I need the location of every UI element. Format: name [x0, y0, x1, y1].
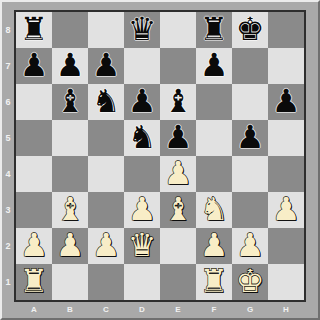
file-label-f: F: [196, 302, 232, 318]
square-c1: [88, 264, 124, 300]
piece-black-pawn: ♟: [200, 48, 229, 83]
square-d4: [124, 156, 160, 192]
piece-black-pawn: ♟: [128, 84, 157, 119]
file-label-e: E: [160, 302, 196, 318]
square-g8: ♚: [232, 12, 268, 48]
piece-white-knight: ♞: [200, 192, 229, 227]
square-e7: [160, 48, 196, 84]
square-e3: ♝: [160, 192, 196, 228]
rank-label-1: 1: [2, 264, 14, 300]
piece-white-pawn: ♟: [200, 228, 229, 263]
square-f8: ♜: [196, 12, 232, 48]
square-h2: [268, 228, 304, 264]
piece-black-bishop: ♝: [164, 84, 193, 119]
piece-black-rook: ♜: [200, 12, 229, 47]
square-h4: [268, 156, 304, 192]
piece-white-rook: ♜: [200, 264, 229, 299]
square-h8: [268, 12, 304, 48]
piece-black-pawn: ♟: [236, 120, 265, 155]
piece-white-king: ♚: [236, 264, 265, 299]
square-b7: ♟: [52, 48, 88, 84]
square-f6: [196, 84, 232, 120]
square-e2: [160, 228, 196, 264]
piece-black-bishop: ♝: [56, 84, 85, 119]
square-c3: [88, 192, 124, 228]
square-a5: [16, 120, 52, 156]
square-g2: ♟: [232, 228, 268, 264]
piece-black-pawn: ♟: [164, 120, 193, 155]
file-label-h: H: [268, 302, 304, 318]
file-label-g: G: [232, 302, 268, 318]
square-b1: [52, 264, 88, 300]
square-c8: [88, 12, 124, 48]
piece-black-knight: ♞: [128, 120, 157, 155]
square-d8: ♛: [124, 12, 160, 48]
square-b4: [52, 156, 88, 192]
file-label-c: C: [88, 302, 124, 318]
piece-black-king: ♚: [236, 12, 265, 47]
file-label-a: A: [16, 302, 52, 318]
square-f3: ♞: [196, 192, 232, 228]
square-h3: ♟: [268, 192, 304, 228]
square-c5: [88, 120, 124, 156]
square-e4: ♟: [160, 156, 196, 192]
square-d7: [124, 48, 160, 84]
square-f5: [196, 120, 232, 156]
piece-white-rook: ♜: [20, 264, 49, 299]
square-b6: ♝: [52, 84, 88, 120]
square-e1: [160, 264, 196, 300]
piece-black-queen: ♛: [128, 12, 157, 47]
square-a6: [16, 84, 52, 120]
square-a7: ♟: [16, 48, 52, 84]
square-e8: [160, 12, 196, 48]
file-label-d: D: [124, 302, 160, 318]
rank-label-6: 6: [2, 84, 14, 120]
square-c4: [88, 156, 124, 192]
square-h6: ♟: [268, 84, 304, 120]
piece-black-pawn: ♟: [56, 48, 85, 83]
piece-white-queen: ♛: [128, 228, 157, 263]
square-g5: ♟: [232, 120, 268, 156]
square-a3: [16, 192, 52, 228]
piece-black-rook: ♜: [20, 12, 49, 47]
rank-label-2: 2: [2, 228, 14, 264]
rank-label-8: 8: [2, 12, 14, 48]
piece-white-pawn: ♟: [164, 156, 193, 191]
square-g1: ♚: [232, 264, 268, 300]
chess-board: ♜♛♜♚♟♟♟♟♝♞♟♝♟♞♟♟♟♝♟♝♞♟♟♟♟♛♟♟♜♜♚: [14, 10, 306, 302]
rank-label-3: 3: [2, 192, 14, 228]
square-a2: ♟: [16, 228, 52, 264]
square-c2: ♟: [88, 228, 124, 264]
piece-white-pawn: ♟: [92, 228, 121, 263]
square-d6: ♟: [124, 84, 160, 120]
square-c6: ♞: [88, 84, 124, 120]
square-d5: ♞: [124, 120, 160, 156]
piece-black-pawn: ♟: [272, 84, 301, 119]
piece-white-pawn: ♟: [20, 228, 49, 263]
square-g6: [232, 84, 268, 120]
piece-white-bishop: ♝: [164, 192, 193, 227]
square-g4: [232, 156, 268, 192]
square-g7: [232, 48, 268, 84]
square-b8: [52, 12, 88, 48]
piece-black-pawn: ♟: [92, 48, 121, 83]
square-f7: ♟: [196, 48, 232, 84]
piece-white-pawn: ♟: [272, 192, 301, 227]
square-a8: ♜: [16, 12, 52, 48]
square-a1: ♜: [16, 264, 52, 300]
square-f1: ♜: [196, 264, 232, 300]
square-f4: [196, 156, 232, 192]
square-d3: ♟: [124, 192, 160, 228]
square-h1: [268, 264, 304, 300]
square-c7: ♟: [88, 48, 124, 84]
piece-white-pawn: ♟: [56, 228, 85, 263]
square-f2: ♟: [196, 228, 232, 264]
file-label-b: B: [52, 302, 88, 318]
piece-black-pawn: ♟: [20, 48, 49, 83]
rank-label-7: 7: [2, 48, 14, 84]
square-g3: [232, 192, 268, 228]
square-d1: [124, 264, 160, 300]
rank-label-5: 5: [2, 120, 14, 156]
square-e6: ♝: [160, 84, 196, 120]
rank-label-4: 4: [2, 156, 14, 192]
square-d2: ♛: [124, 228, 160, 264]
square-h7: [268, 48, 304, 84]
piece-black-knight: ♞: [92, 84, 121, 119]
square-e5: ♟: [160, 120, 196, 156]
square-h5: [268, 120, 304, 156]
square-b2: ♟: [52, 228, 88, 264]
square-a4: [16, 156, 52, 192]
piece-white-pawn: ♟: [128, 192, 157, 227]
chess-diagram: ♜♛♜♚♟♟♟♟♝♞♟♝♟♞♟♟♟♝♟♝♞♟♟♟♟♛♟♟♜♜♚ 87654321…: [0, 0, 320, 320]
piece-white-pawn: ♟: [236, 228, 265, 263]
square-b3: ♝: [52, 192, 88, 228]
square-b5: [52, 120, 88, 156]
piece-white-bishop: ♝: [56, 192, 85, 227]
